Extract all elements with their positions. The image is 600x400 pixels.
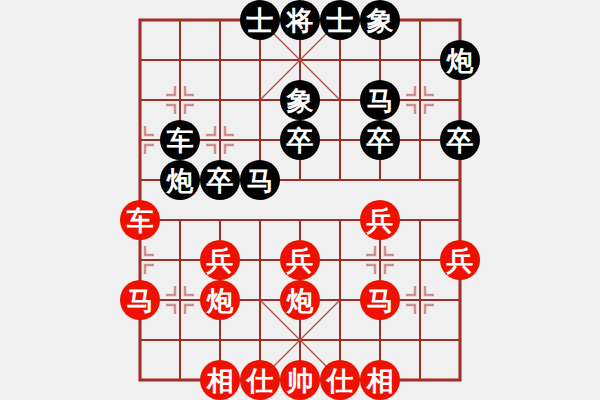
- piece-black-advisor[interactable]: 士: [240, 0, 280, 40]
- piece-red-chariot[interactable]: 车: [120, 200, 160, 240]
- piece-black-elephant[interactable]: 象: [280, 80, 320, 120]
- piece-red-soldier[interactable]: 兵: [360, 200, 400, 240]
- piece-black-soldier[interactable]: 卒: [200, 160, 240, 200]
- piece-red-cannon[interactable]: 炮: [200, 280, 240, 320]
- piece-red-elephant[interactable]: 相: [200, 360, 240, 400]
- piece-red-soldier[interactable]: 兵: [280, 240, 320, 280]
- piece-black-horse[interactable]: 马: [240, 160, 280, 200]
- piece-red-cannon[interactable]: 炮: [280, 280, 320, 320]
- piece-black-advisor[interactable]: 士: [320, 0, 360, 40]
- piece-red-soldier[interactable]: 兵: [200, 240, 240, 280]
- piece-black-horse[interactable]: 马: [360, 80, 400, 120]
- piece-red-advisor[interactable]: 仕: [240, 360, 280, 400]
- piece-red-general[interactable]: 帅: [280, 360, 320, 400]
- pieces-layer: 士将士象炮象马车卒卒卒炮卒马车兵兵兵兵马炮炮马相仕帅仕相: [120, 0, 480, 400]
- piece-black-elephant[interactable]: 象: [360, 0, 400, 40]
- piece-red-elephant[interactable]: 相: [360, 360, 400, 400]
- xiangqi-board: 士将士象炮象马车卒卒卒炮卒马车兵兵兵兵马炮炮马相仕帅仕相: [0, 0, 600, 400]
- piece-black-general[interactable]: 将: [280, 0, 320, 40]
- piece-black-cannon[interactable]: 炮: [160, 160, 200, 200]
- piece-red-horse[interactable]: 马: [360, 280, 400, 320]
- piece-black-soldier[interactable]: 卒: [280, 120, 320, 160]
- piece-black-chariot[interactable]: 车: [160, 120, 200, 160]
- piece-black-soldier[interactable]: 卒: [360, 120, 400, 160]
- piece-red-soldier[interactable]: 兵: [440, 240, 480, 280]
- piece-red-advisor[interactable]: 仕: [320, 360, 360, 400]
- piece-black-cannon[interactable]: 炮: [440, 40, 480, 80]
- piece-red-horse[interactable]: 马: [120, 280, 160, 320]
- piece-black-soldier[interactable]: 卒: [440, 120, 480, 160]
